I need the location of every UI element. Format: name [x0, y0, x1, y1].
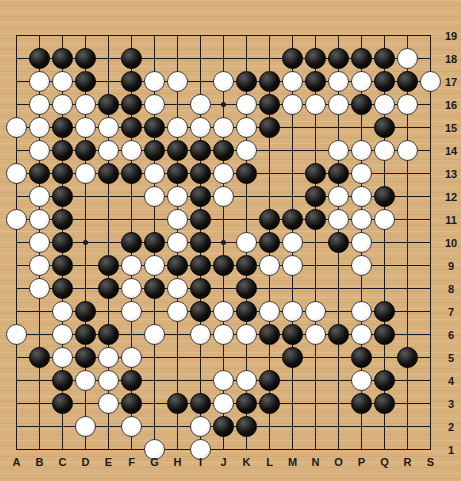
black-stone — [328, 48, 349, 69]
black-stone — [52, 163, 73, 184]
white-stone — [29, 71, 50, 92]
white-stone — [121, 416, 142, 437]
column-label: K — [235, 456, 258, 468]
row-label: 1 — [441, 438, 461, 461]
white-stone — [213, 117, 234, 138]
black-stone — [144, 232, 165, 253]
column-label: H — [166, 456, 189, 468]
white-stone — [374, 94, 395, 115]
black-stone — [236, 255, 257, 276]
white-stone — [75, 416, 96, 437]
white-stone — [29, 186, 50, 207]
black-stone — [167, 163, 188, 184]
row-label: 6 — [441, 323, 461, 346]
black-stone — [236, 71, 257, 92]
white-stone — [397, 140, 418, 161]
white-stone — [190, 324, 211, 345]
white-stone — [420, 71, 441, 92]
white-stone — [144, 71, 165, 92]
white-stone — [351, 370, 372, 391]
black-stone — [213, 416, 234, 437]
row-label: 8 — [441, 277, 461, 300]
black-stone — [121, 232, 142, 253]
black-stone — [328, 232, 349, 253]
white-stone — [282, 94, 303, 115]
white-stone — [236, 370, 257, 391]
black-stone — [29, 347, 50, 368]
black-stone — [29, 163, 50, 184]
row-label: 10 — [441, 231, 461, 254]
white-stone — [29, 255, 50, 276]
row-label: 12 — [441, 185, 461, 208]
black-stone — [52, 255, 73, 276]
black-stone — [121, 117, 142, 138]
black-stone — [213, 255, 234, 276]
black-stone — [167, 255, 188, 276]
column-label: E — [97, 456, 120, 468]
white-stone — [144, 324, 165, 345]
black-stone — [374, 186, 395, 207]
black-stone — [282, 48, 303, 69]
white-stone — [213, 393, 234, 414]
black-stone — [190, 209, 211, 230]
white-stone — [328, 186, 349, 207]
black-stone — [259, 117, 280, 138]
white-stone — [167, 301, 188, 322]
white-stone — [259, 255, 280, 276]
white-stone — [351, 301, 372, 322]
black-stone — [75, 48, 96, 69]
column-label: D — [74, 456, 97, 468]
black-stone — [397, 347, 418, 368]
white-stone — [351, 255, 372, 276]
black-stone — [305, 209, 326, 230]
black-stone — [328, 163, 349, 184]
column-label: J — [212, 456, 235, 468]
white-stone — [282, 301, 303, 322]
white-stone — [282, 255, 303, 276]
black-stone — [52, 370, 73, 391]
black-stone — [259, 209, 280, 230]
white-stone — [52, 71, 73, 92]
white-stone — [351, 186, 372, 207]
row-label: 15 — [441, 116, 461, 139]
black-stone — [305, 71, 326, 92]
black-stone — [236, 393, 257, 414]
column-label: P — [350, 456, 373, 468]
white-stone — [213, 370, 234, 391]
white-stone — [328, 209, 349, 230]
black-stone — [167, 140, 188, 161]
black-stone — [282, 347, 303, 368]
black-stone — [305, 48, 326, 69]
white-stone — [328, 140, 349, 161]
row-label: 4 — [441, 369, 461, 392]
column-label: L — [258, 456, 281, 468]
black-stone — [144, 117, 165, 138]
white-stone — [397, 48, 418, 69]
black-stone — [52, 186, 73, 207]
black-stone — [305, 163, 326, 184]
black-stone — [397, 71, 418, 92]
white-stone — [351, 209, 372, 230]
black-stone — [190, 278, 211, 299]
white-stone — [213, 301, 234, 322]
black-stone — [190, 393, 211, 414]
column-labels: ABCDEFGHIJKLMNOPQRS — [5, 456, 442, 468]
column-label: A — [5, 456, 28, 468]
white-stone — [144, 94, 165, 115]
black-stone — [75, 347, 96, 368]
white-stone — [121, 140, 142, 161]
white-stone — [351, 140, 372, 161]
white-stone — [328, 71, 349, 92]
row-label: 14 — [441, 139, 461, 162]
black-stone — [29, 48, 50, 69]
black-stone — [121, 163, 142, 184]
black-stone — [190, 186, 211, 207]
white-stone — [6, 209, 27, 230]
white-stone — [351, 324, 372, 345]
white-stone — [328, 94, 349, 115]
white-stone — [213, 186, 234, 207]
black-stone — [374, 301, 395, 322]
black-stone — [374, 324, 395, 345]
white-stone — [351, 71, 372, 92]
white-stone — [75, 370, 96, 391]
white-stone — [75, 94, 96, 115]
white-stone — [282, 71, 303, 92]
black-stone — [351, 393, 372, 414]
row-label: 17 — [441, 70, 461, 93]
go-board-screenshot: ABCDEFGHIJKLMNOPQRS 19181716151413121110… — [0, 0, 461, 481]
white-stone — [213, 71, 234, 92]
black-stone — [282, 324, 303, 345]
column-label: C — [51, 456, 74, 468]
row-label: 19 — [441, 24, 461, 47]
black-stone — [75, 71, 96, 92]
black-stone — [121, 71, 142, 92]
white-stone — [374, 209, 395, 230]
black-stone — [52, 278, 73, 299]
black-stone — [374, 393, 395, 414]
white-stone — [29, 140, 50, 161]
white-stone — [98, 370, 119, 391]
row-label: 7 — [441, 300, 461, 323]
black-stone — [259, 232, 280, 253]
white-stone — [236, 140, 257, 161]
column-label: G — [143, 456, 166, 468]
row-label: 9 — [441, 254, 461, 277]
black-stone — [328, 324, 349, 345]
black-stone — [351, 48, 372, 69]
white-stone — [6, 324, 27, 345]
white-stone — [305, 301, 326, 322]
white-stone — [305, 324, 326, 345]
white-stone — [190, 416, 211, 437]
black-stone — [52, 48, 73, 69]
white-stone — [121, 301, 142, 322]
white-stone — [52, 301, 73, 322]
black-stone — [190, 140, 211, 161]
black-stone — [236, 163, 257, 184]
black-stone — [374, 117, 395, 138]
row-label: 5 — [441, 346, 461, 369]
white-stone — [351, 232, 372, 253]
black-stone — [121, 393, 142, 414]
black-stone — [190, 255, 211, 276]
black-stone — [98, 278, 119, 299]
white-stone — [144, 163, 165, 184]
black-stone — [190, 163, 211, 184]
white-stone — [144, 186, 165, 207]
white-stone — [167, 232, 188, 253]
white-stone — [29, 232, 50, 253]
black-stone — [190, 301, 211, 322]
column-label: B — [28, 456, 51, 468]
row-label: 2 — [441, 415, 461, 438]
white-stone — [167, 117, 188, 138]
black-stone — [52, 117, 73, 138]
white-stone — [282, 232, 303, 253]
column-label: I — [189, 456, 212, 468]
black-stone — [121, 48, 142, 69]
column-label: N — [304, 456, 327, 468]
white-stone — [29, 94, 50, 115]
white-stone — [98, 140, 119, 161]
white-stone — [52, 94, 73, 115]
black-stone — [282, 209, 303, 230]
black-stone — [167, 393, 188, 414]
column-label: R — [396, 456, 419, 468]
row-labels: 19181716151413121110987654321 — [441, 24, 461, 461]
white-stone — [75, 163, 96, 184]
white-stone — [167, 209, 188, 230]
black-stone — [75, 301, 96, 322]
white-stone — [190, 117, 211, 138]
white-stone — [236, 94, 257, 115]
white-stone — [29, 117, 50, 138]
black-stone — [144, 140, 165, 161]
column-label: M — [281, 456, 304, 468]
black-stone — [259, 71, 280, 92]
go-board[interactable] — [5, 24, 442, 461]
black-stone — [259, 393, 280, 414]
white-stone — [144, 255, 165, 276]
black-stone — [374, 370, 395, 391]
row-label: 13 — [441, 162, 461, 185]
black-stone — [144, 278, 165, 299]
white-stone — [98, 393, 119, 414]
white-stone — [121, 278, 142, 299]
column-label: S — [419, 456, 442, 468]
white-stone — [236, 117, 257, 138]
black-stone — [351, 347, 372, 368]
white-stone — [397, 94, 418, 115]
white-stone — [6, 163, 27, 184]
black-stone — [52, 140, 73, 161]
black-stone — [236, 416, 257, 437]
white-stone — [167, 278, 188, 299]
white-stone — [236, 324, 257, 345]
white-stone — [167, 186, 188, 207]
white-stone — [190, 94, 211, 115]
row-label: 18 — [441, 47, 461, 70]
white-stone — [98, 117, 119, 138]
white-stone — [52, 347, 73, 368]
black-stone — [259, 94, 280, 115]
column-label: F — [120, 456, 143, 468]
black-stone — [213, 140, 234, 161]
white-stone — [29, 209, 50, 230]
white-stone — [305, 94, 326, 115]
black-stone — [98, 255, 119, 276]
white-stone — [121, 255, 142, 276]
white-stone — [121, 347, 142, 368]
black-stone — [236, 278, 257, 299]
black-stone — [98, 94, 119, 115]
white-stone — [75, 117, 96, 138]
black-stone — [75, 140, 96, 161]
black-stone — [236, 301, 257, 322]
black-stone — [121, 94, 142, 115]
black-stone — [374, 71, 395, 92]
white-stone — [259, 301, 280, 322]
black-stone — [351, 94, 372, 115]
black-stone — [75, 324, 96, 345]
black-stone — [259, 370, 280, 391]
black-stone — [305, 186, 326, 207]
black-stone — [52, 232, 73, 253]
column-label: Q — [373, 456, 396, 468]
white-stone — [351, 163, 372, 184]
black-stone — [259, 324, 280, 345]
black-stone — [52, 393, 73, 414]
row-label: 11 — [441, 208, 461, 231]
white-stone — [167, 71, 188, 92]
black-stone — [190, 232, 211, 253]
white-stone — [213, 163, 234, 184]
white-stone — [29, 278, 50, 299]
white-stone — [374, 140, 395, 161]
white-stone — [52, 324, 73, 345]
black-stone — [52, 209, 73, 230]
column-label: O — [327, 456, 350, 468]
white-stone — [236, 232, 257, 253]
black-stone — [374, 48, 395, 69]
black-stone — [121, 370, 142, 391]
row-label: 16 — [441, 93, 461, 116]
white-stone — [213, 324, 234, 345]
white-stone — [6, 117, 27, 138]
black-stone — [98, 324, 119, 345]
white-stone — [98, 347, 119, 368]
black-stone — [98, 163, 119, 184]
row-label: 3 — [441, 392, 461, 415]
